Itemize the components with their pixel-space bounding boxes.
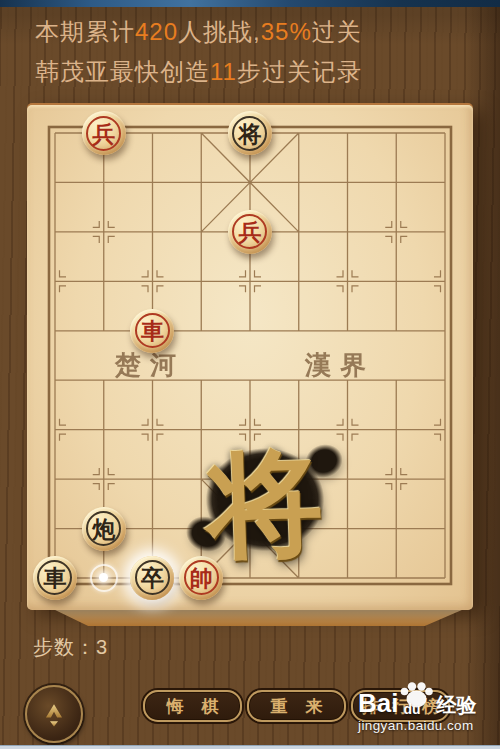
xiangqi-board: 楚河 漢界 兵将兵車炮車卒帥 将 xyxy=(27,105,473,610)
piece-red-soldier-b[interactable]: 兵 xyxy=(228,210,272,254)
piece-black-soldier[interactable]: 卒 xyxy=(130,556,174,600)
piece-character: 将 xyxy=(238,122,261,145)
move-counter: 步数：3 xyxy=(33,634,108,661)
piece-red-general[interactable]: 帥 xyxy=(179,556,223,600)
piece-character: 帥 xyxy=(190,566,213,589)
piece-character: 卒 xyxy=(141,566,164,589)
piece-black-chariot[interactable]: 車 xyxy=(33,556,77,600)
stat-segment: 本期累计 xyxy=(35,18,135,45)
expand-button[interactable] xyxy=(25,685,83,743)
chevron-up-icon xyxy=(37,697,71,731)
piece-character: 車 xyxy=(141,319,164,342)
piece-red-soldier-a[interactable]: 兵 xyxy=(82,111,126,155)
piece-black-general[interactable]: 将 xyxy=(228,111,272,155)
board-front-edge xyxy=(27,610,473,626)
window-title-strip xyxy=(0,0,500,7)
stat-segment: 11 xyxy=(210,58,237,85)
stat-segment: 步过关记录 xyxy=(237,58,362,85)
piece-character: 兵 xyxy=(92,122,115,145)
piece-black-cannon[interactable]: 炮 xyxy=(82,507,126,551)
stat-segment: 人挑战, xyxy=(178,18,261,45)
piece-character: 兵 xyxy=(238,220,261,243)
stat-segment: 420 xyxy=(135,18,178,45)
piece-character: 車 xyxy=(43,566,66,589)
stat-segment: 过关 xyxy=(312,18,362,45)
move-counter-value: 3 xyxy=(96,636,108,658)
piece-character: 炮 xyxy=(92,517,115,540)
last-move-from-marker xyxy=(99,573,108,582)
xiangqi-puzzle-screen: { "game": "xiangqi", "position": { "fen"… xyxy=(0,0,500,749)
record-stats-line: 韩茂亚最快创造11步过关记录 xyxy=(35,56,362,88)
stat-segment: 韩茂亚最快创造 xyxy=(35,58,210,85)
leaderboard-button[interactable]: 排行榜 xyxy=(351,690,450,722)
challenge-stats-line: 本期累计420人挑战,35%过关 xyxy=(35,16,362,48)
stat-segment: 35% xyxy=(261,18,312,45)
piece-grid: 兵将兵車炮車卒帥 xyxy=(31,108,470,602)
piece-red-chariot[interactable]: 車 xyxy=(130,309,174,353)
restart-button[interactable]: 重来 xyxy=(247,690,346,722)
move-counter-label: 步数： xyxy=(33,636,96,658)
bottom-window-edge xyxy=(0,745,500,749)
undo-move-button[interactable]: 悔棋 xyxy=(143,690,242,722)
